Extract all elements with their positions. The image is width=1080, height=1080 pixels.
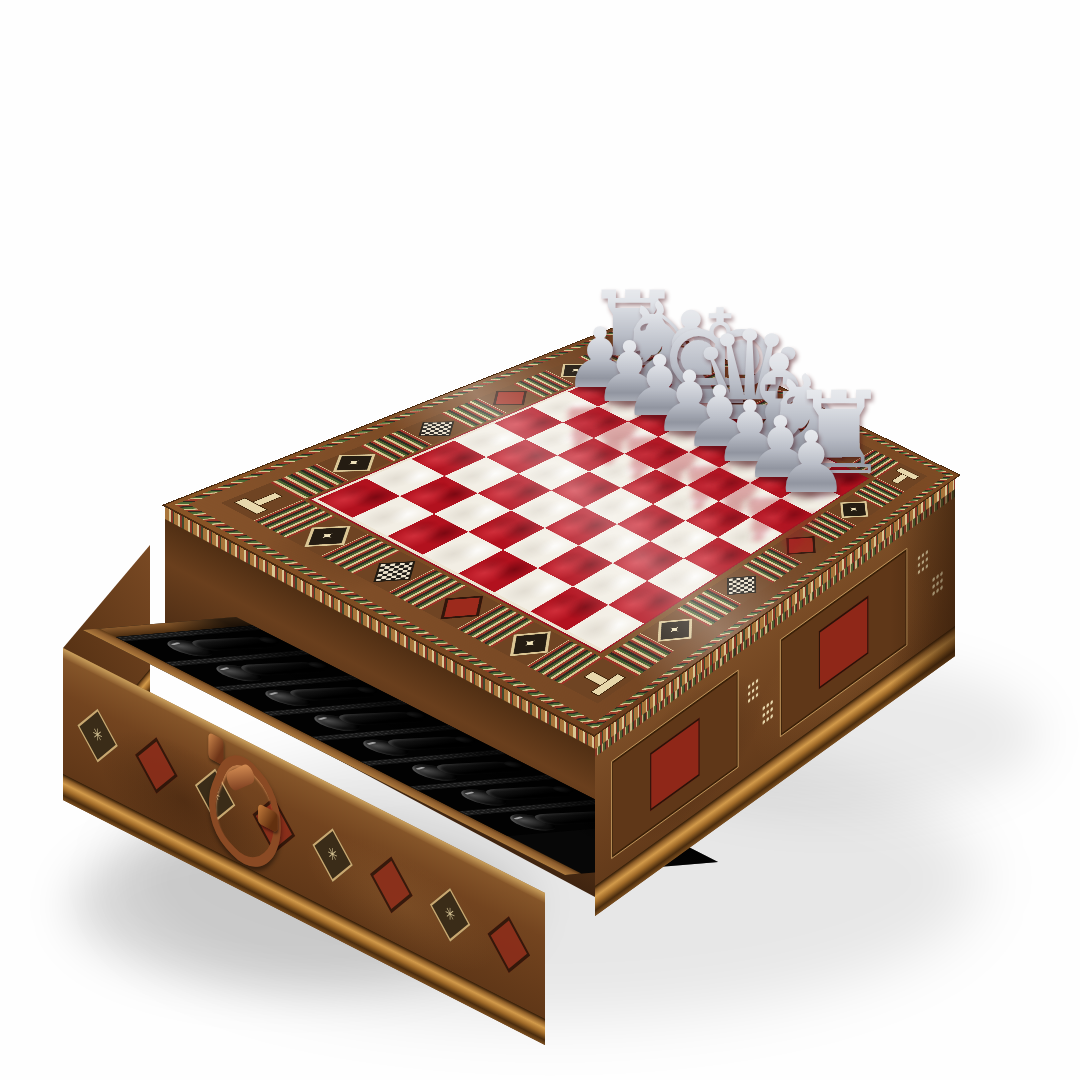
drawer-inlay-star-diamond: ✳ <box>313 819 352 891</box>
handle-mount-icon <box>208 732 223 766</box>
drawer-inlay-red-diamond <box>137 730 176 802</box>
star-dots-icon <box>747 675 759 706</box>
chess-box-photo: ✳✳✳✳ ✦✦ ✦✦ ✦✦ ✦✦ ♜♞♝♛♚♝♞♜♟♟♟♟♟♟♟♟♟♟♟♟♟♟ <box>0 0 1080 1080</box>
drawer-inlay-red-diamond <box>489 909 528 981</box>
red-inlay <box>819 596 869 690</box>
drawer-inlay-red-diamond <box>372 849 411 921</box>
red-inlay <box>650 717 700 811</box>
drawer-inlay-star-diamond: ✳ <box>78 700 117 772</box>
drawer-inlay-star-diamond: ✳ <box>431 879 470 951</box>
star-dots-icon <box>762 697 774 728</box>
